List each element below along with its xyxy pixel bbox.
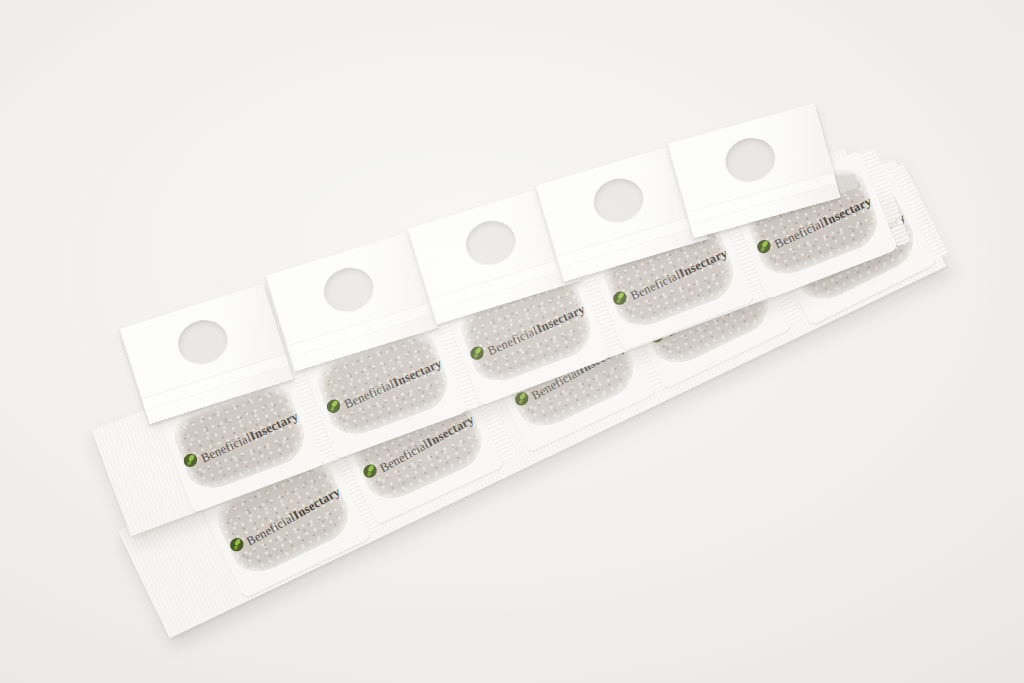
brand-label: BeneficialInsectary <box>199 409 301 466</box>
brand-leaf-icon <box>467 343 487 363</box>
hang-hole <box>460 215 521 272</box>
brand-leaf-icon <box>324 396 344 416</box>
brand-leaf-icon <box>181 450 201 470</box>
brand-leaf-icon <box>610 288 630 308</box>
brand-label: BeneficialInsectary <box>485 301 587 358</box>
hang-hole <box>172 314 233 371</box>
hang-hole <box>720 132 780 188</box>
hang-hole <box>588 173 648 229</box>
hang-hole <box>318 262 379 319</box>
brand-label: BeneficialInsectary <box>342 356 444 412</box>
brand-leaf-icon <box>754 236 774 256</box>
product-photo-scene: BeneficialInsectary BeneficialInsectary … <box>0 0 1024 683</box>
